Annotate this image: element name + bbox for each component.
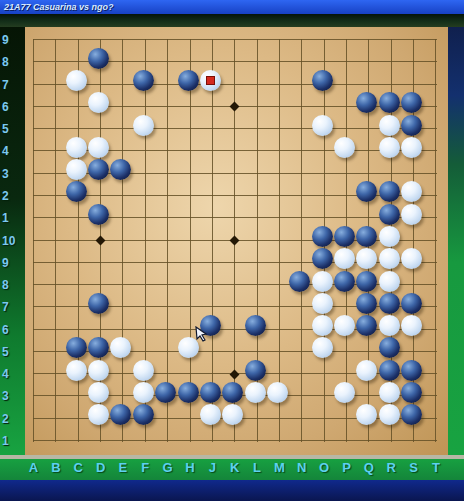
column-label: J [201, 460, 223, 475]
column-label: H [179, 460, 201, 475]
window-title: 21A77 Casuarina vs ngo? [4, 2, 114, 12]
black-stone[interactable] [379, 204, 400, 225]
white-stone[interactable] [334, 315, 355, 336]
black-stone[interactable] [155, 382, 176, 403]
go-program-window: 21A77 Casuarina vs ngo? 9876543211098765… [0, 0, 464, 501]
column-label: L [246, 460, 268, 475]
right-margin [448, 27, 464, 455]
black-stone[interactable] [200, 382, 221, 403]
black-stone[interactable] [88, 204, 109, 225]
row-label: 5 [2, 122, 24, 136]
white-stone[interactable] [312, 115, 333, 136]
black-stone[interactable] [312, 248, 333, 269]
white-stone[interactable] [133, 382, 154, 403]
row-label: 1 [2, 211, 24, 225]
row-label: 9 [2, 33, 24, 47]
row-label: 4 [2, 144, 24, 158]
white-stone[interactable] [379, 315, 400, 336]
white-stone[interactable] [379, 226, 400, 247]
top-strip [0, 14, 464, 27]
row-label: 1 [2, 434, 24, 448]
row-label: 8 [2, 278, 24, 292]
column-label: K [224, 460, 246, 475]
black-stone[interactable] [379, 92, 400, 113]
white-stone[interactable] [200, 404, 221, 425]
black-stone[interactable] [133, 70, 154, 91]
row-label: 9 [2, 256, 24, 270]
column-label: G [157, 460, 179, 475]
black-stone[interactable] [66, 337, 87, 358]
white-stone[interactable] [66, 360, 87, 381]
black-stone[interactable] [356, 271, 377, 292]
black-stone[interactable] [379, 293, 400, 314]
white-stone[interactable] [312, 337, 333, 358]
black-stone[interactable] [133, 404, 154, 425]
black-stone[interactable] [88, 48, 109, 69]
column-label: C [67, 460, 89, 475]
white-stone[interactable] [312, 271, 333, 292]
black-stone[interactable] [312, 70, 333, 91]
row-label: 2 [2, 189, 24, 203]
white-stone[interactable] [267, 382, 288, 403]
bottom-strip [0, 480, 464, 501]
row-label: 10 [2, 234, 24, 248]
white-stone[interactable] [379, 271, 400, 292]
black-stone[interactable] [245, 315, 266, 336]
white-stone[interactable] [312, 293, 333, 314]
row-label: 3 [2, 167, 24, 181]
white-stone[interactable] [356, 360, 377, 381]
row-label: 6 [2, 323, 24, 337]
mouse-cursor [194, 326, 211, 343]
column-label: O [313, 460, 335, 475]
column-label: F [134, 460, 156, 475]
white-stone[interactable] [334, 137, 355, 158]
column-label: M [268, 460, 290, 475]
column-label: N [291, 460, 313, 475]
column-label: S [403, 460, 425, 475]
white-stone[interactable] [66, 70, 87, 91]
white-stone[interactable] [88, 382, 109, 403]
white-stone[interactable] [312, 315, 333, 336]
black-stone[interactable] [334, 226, 355, 247]
white-stone[interactable] [66, 159, 87, 180]
black-stone[interactable] [401, 382, 422, 403]
black-stone[interactable] [312, 226, 333, 247]
column-label: R [380, 460, 402, 475]
white-stone[interactable] [245, 382, 266, 403]
row-label: 7 [2, 300, 24, 314]
white-stone[interactable] [88, 137, 109, 158]
white-stone[interactable] [133, 360, 154, 381]
white-stone[interactable] [379, 382, 400, 403]
column-label: Q [358, 460, 380, 475]
black-stone[interactable] [401, 115, 422, 136]
black-stone[interactable] [334, 271, 355, 292]
column-label: A [23, 460, 45, 475]
white-stone[interactable] [401, 204, 422, 225]
black-stone[interactable] [401, 293, 422, 314]
row-label: 6 [2, 100, 24, 114]
white-stone[interactable] [334, 382, 355, 403]
row-label: 2 [2, 412, 24, 426]
row-label: 7 [2, 78, 24, 92]
row-label: 8 [2, 55, 24, 69]
white-stone[interactable] [379, 248, 400, 269]
white-stone[interactable] [88, 360, 109, 381]
black-stone[interactable] [178, 70, 199, 91]
white-stone[interactable] [379, 137, 400, 158]
black-stone[interactable] [401, 360, 422, 381]
white-stone[interactable] [133, 115, 154, 136]
white-stone[interactable] [66, 137, 87, 158]
last-move-marker [206, 76, 215, 85]
column-label: D [90, 460, 112, 475]
black-stone[interactable] [379, 360, 400, 381]
row-label: 4 [2, 367, 24, 381]
row-label: 5 [2, 345, 24, 359]
white-stone[interactable] [401, 137, 422, 158]
black-stone[interactable] [178, 382, 199, 403]
row-label: 3 [2, 389, 24, 403]
white-stone[interactable] [379, 404, 400, 425]
column-label: E [112, 460, 134, 475]
title-bar: 21A77 Casuarina vs ngo? [0, 0, 464, 14]
column-label: T [425, 460, 447, 475]
black-stone[interactable] [245, 360, 266, 381]
column-label: P [336, 460, 358, 475]
white-stone[interactable] [379, 115, 400, 136]
black-stone[interactable] [289, 271, 310, 292]
black-stone[interactable] [88, 293, 109, 314]
column-label: B [45, 460, 67, 475]
